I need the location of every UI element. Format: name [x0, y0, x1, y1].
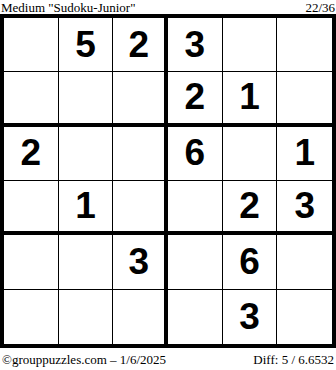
- footer-copyright: ©grouppuzzles.com – 1/6/2025: [2, 353, 166, 367]
- cell-r3c4[interactable]: 6: [168, 127, 223, 181]
- cell-r2c5[interactable]: 1: [223, 72, 278, 126]
- cell-r2c2[interactable]: [59, 72, 114, 126]
- cell-r6c2[interactable]: [59, 290, 114, 344]
- cell-r5c6[interactable]: [277, 235, 332, 289]
- cell-r1c3[interactable]: 2: [113, 18, 168, 72]
- cell-r6c1[interactable]: [4, 290, 59, 344]
- cell-r1c2[interactable]: 5: [59, 18, 114, 72]
- sudoku-board: 52321261123363: [0, 14, 336, 348]
- cell-r6c6[interactable]: [277, 290, 332, 344]
- page-footer: ©grouppuzzles.com – 1/6/2025 Diff: 5 / 6…: [0, 348, 336, 370]
- cell-r4c6[interactable]: 3: [277, 181, 332, 235]
- cell-r2c4[interactable]: 2: [168, 72, 223, 126]
- cell-r3c6[interactable]: 1: [277, 127, 332, 181]
- cell-r1c1[interactable]: [4, 18, 59, 72]
- cell-r6c5[interactable]: 3: [223, 290, 278, 344]
- cell-r5c3[interactable]: 3: [113, 235, 168, 289]
- cell-r1c6[interactable]: [277, 18, 332, 72]
- cell-r3c2[interactable]: [59, 127, 114, 181]
- cell-r1c4[interactable]: 3: [168, 18, 223, 72]
- cell-r6c3[interactable]: [113, 290, 168, 344]
- cell-r4c3[interactable]: [113, 181, 168, 235]
- cell-r5c1[interactable]: [4, 235, 59, 289]
- cell-r4c5[interactable]: 2: [223, 181, 278, 235]
- cell-r5c4[interactable]: [168, 235, 223, 289]
- cell-r4c2[interactable]: 1: [59, 181, 114, 235]
- cell-r3c3[interactable]: [113, 127, 168, 181]
- puzzle-counter: 22/36: [305, 1, 335, 14]
- cell-r6c4[interactable]: [168, 290, 223, 344]
- cell-r4c1[interactable]: [4, 181, 59, 235]
- cell-r2c1[interactable]: [4, 72, 59, 126]
- cell-r5c2[interactable]: [59, 235, 114, 289]
- cell-r2c3[interactable]: [113, 72, 168, 126]
- cell-r3c5[interactable]: [223, 127, 278, 181]
- cell-r5c5[interactable]: 6: [223, 235, 278, 289]
- puzzle-title: Medium "Sudoku-Junior": [1, 1, 135, 14]
- page-header: Medium "Sudoku-Junior" 22/36: [0, 0, 336, 14]
- cell-r1c5[interactable]: [223, 18, 278, 72]
- cell-r3c1[interactable]: 2: [4, 127, 59, 181]
- footer-difficulty: Diff: 5 / 6.6532: [253, 353, 334, 367]
- cell-r4c4[interactable]: [168, 181, 223, 235]
- cell-r2c6[interactable]: [277, 72, 332, 126]
